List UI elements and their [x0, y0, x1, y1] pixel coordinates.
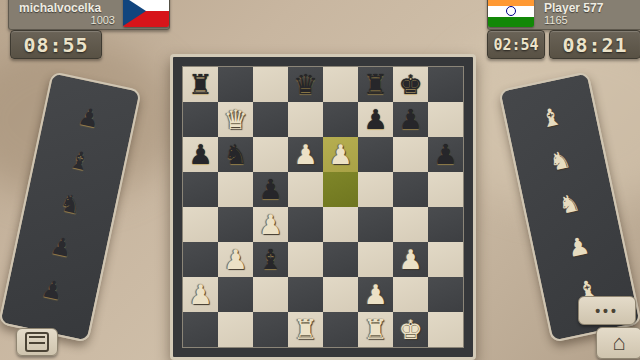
square-e4[interactable]	[323, 207, 358, 242]
captured-black-pawn: ♟	[74, 94, 104, 142]
white-clock: 08:55	[10, 30, 102, 59]
square-d1[interactable]: ♜	[288, 312, 323, 347]
square-a4[interactable]	[183, 207, 218, 242]
captured-white-knight: ♞	[554, 180, 584, 228]
square-f3[interactable]	[358, 242, 393, 277]
square-f2[interactable]: ♟	[358, 277, 393, 312]
square-b8[interactable]	[218, 67, 253, 102]
white-pawn[interactable]: ♟	[223, 242, 247, 277]
captured-black-pawn: ♟	[46, 223, 76, 271]
white-rook[interactable]: ♜	[293, 312, 317, 347]
square-g2[interactable]	[393, 277, 428, 312]
captured-black-bishop: ♝	[65, 137, 95, 185]
white-pawn[interactable]: ♟	[293, 137, 317, 172]
square-b1[interactable]	[218, 312, 253, 347]
black-knight[interactable]: ♞	[223, 137, 247, 172]
captured-black-knight: ♞	[56, 180, 86, 228]
white-player-name: michalvocelka	[19, 2, 115, 14]
square-a2[interactable]: ♟	[183, 277, 218, 312]
square-g3[interactable]: ♟	[393, 242, 428, 277]
black-player-rating: 1165	[544, 14, 640, 27]
white-pawn[interactable]: ♟	[328, 137, 352, 172]
square-d8[interactable]: ♛	[288, 67, 323, 102]
czech-flag-icon	[123, 0, 169, 27]
home-button[interactable]: ⌂	[596, 327, 640, 359]
black-bishop[interactable]: ♝	[258, 242, 282, 277]
square-g1[interactable]: ♚	[393, 312, 428, 347]
captured-white-bishop: ♝	[536, 94, 566, 142]
square-d5[interactable]	[288, 172, 323, 207]
square-c3[interactable]: ♝	[253, 242, 288, 277]
square-f7[interactable]: ♟	[358, 102, 393, 137]
black-player-panel: Player 577 1165 ★	[487, 0, 640, 30]
square-h1[interactable]	[428, 312, 463, 347]
india-flag-icon	[488, 0, 534, 27]
black-rook[interactable]: ♜	[363, 67, 387, 102]
square-e1[interactable]	[323, 312, 358, 347]
square-h3[interactable]	[428, 242, 463, 277]
square-c4[interactable]: ♟	[253, 207, 288, 242]
white-pawn[interactable]: ♟	[363, 277, 387, 312]
square-f4[interactable]	[358, 207, 393, 242]
square-a7[interactable]	[183, 102, 218, 137]
square-c8[interactable]	[253, 67, 288, 102]
menu-button[interactable]	[16, 328, 58, 356]
square-f8[interactable]: ♜	[358, 67, 393, 102]
square-f6[interactable]	[358, 137, 393, 172]
square-a6[interactable]: ♟	[183, 137, 218, 172]
captured-white-pawn: ♟	[563, 223, 593, 271]
square-a8[interactable]: ♜	[183, 67, 218, 102]
square-c6[interactable]	[253, 137, 288, 172]
square-h2[interactable]	[428, 277, 463, 312]
more-options-button[interactable]: •••	[578, 296, 636, 325]
square-h5[interactable]	[428, 172, 463, 207]
black-pawn[interactable]: ♟	[398, 102, 422, 137]
square-g7[interactable]: ♟	[393, 102, 428, 137]
black-pawn[interactable]: ♟	[258, 172, 282, 207]
square-e8[interactable]	[323, 67, 358, 102]
square-b7[interactable]: ♛	[218, 102, 253, 137]
square-b2[interactable]	[218, 277, 253, 312]
chess-board[interactable]: ♜♛♜♚♛♟♟♟♞♟♟♟♟♟♟♝♟♟♟♜♜♚	[183, 67, 463, 347]
white-king[interactable]: ♚	[398, 312, 422, 347]
square-d7[interactable]	[288, 102, 323, 137]
square-b3[interactable]: ♟	[218, 242, 253, 277]
square-d2[interactable]	[288, 277, 323, 312]
captured-white-knight: ♞	[545, 137, 575, 185]
chess-board-frame: ♜♛♜♚♛♟♟♟♞♟♟♟♟♟♟♝♟♟♟♜♜♚	[170, 54, 476, 360]
square-h7[interactable]	[428, 102, 463, 137]
square-a5[interactable]	[183, 172, 218, 207]
black-king[interactable]: ♚	[398, 67, 422, 102]
square-d6[interactable]: ♟	[288, 137, 323, 172]
square-f1[interactable]: ♜	[358, 312, 393, 347]
square-a3[interactable]	[183, 242, 218, 277]
square-f5[interactable]	[358, 172, 393, 207]
square-c2[interactable]	[253, 277, 288, 312]
black-pawn[interactable]: ♟	[363, 102, 387, 137]
black-move-timer: 02:54	[487, 30, 545, 59]
moves-list-icon	[25, 332, 49, 352]
white-player-rating: 1003	[19, 14, 115, 27]
black-player-name: Player 577	[544, 2, 640, 14]
square-b5[interactable]	[218, 172, 253, 207]
white-pawn[interactable]: ♟	[398, 242, 422, 277]
square-c7[interactable]	[253, 102, 288, 137]
black-queen[interactable]: ♛	[293, 67, 317, 102]
black-pawn[interactable]: ♟	[188, 137, 212, 172]
black-rook[interactable]: ♜	[188, 67, 212, 102]
white-rook[interactable]: ♜	[363, 312, 387, 347]
square-c1[interactable]	[253, 312, 288, 347]
square-h4[interactable]	[428, 207, 463, 242]
square-g6[interactable]	[393, 137, 428, 172]
white-pawn[interactable]: ♟	[258, 207, 282, 242]
square-e2[interactable]	[323, 277, 358, 312]
square-d3[interactable]	[288, 242, 323, 277]
square-b6[interactable]: ♞	[218, 137, 253, 172]
square-e6[interactable]: ♟	[323, 137, 358, 172]
square-h8[interactable]	[428, 67, 463, 102]
square-a1[interactable]	[183, 312, 218, 347]
square-g5[interactable]	[393, 172, 428, 207]
square-e3[interactable]	[323, 242, 358, 277]
square-g8[interactable]: ♚	[393, 67, 428, 102]
square-e5[interactable]	[323, 172, 358, 207]
black-clock: 08:21	[549, 30, 640, 59]
square-b4[interactable]	[218, 207, 253, 242]
white-queen[interactable]: ♛	[223, 102, 247, 137]
square-g4[interactable]	[393, 207, 428, 242]
white-player-panel: michalvocelka 1003	[8, 0, 170, 30]
square-e7[interactable]	[323, 102, 358, 137]
black-pawn[interactable]: ♟	[433, 137, 457, 172]
square-d4[interactable]	[288, 207, 323, 242]
square-h6[interactable]: ♟	[428, 137, 463, 172]
captured-black-pawn: ♟	[37, 266, 67, 314]
square-c5[interactable]: ♟	[253, 172, 288, 207]
white-pawn[interactable]: ♟	[188, 277, 212, 312]
